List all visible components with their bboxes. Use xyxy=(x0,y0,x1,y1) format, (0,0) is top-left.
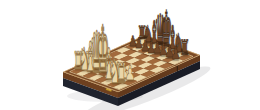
chess-set-photo: ♜♞♝♛♚♝♞♜♟♟♟♟♟♟♟♟♟♟♟♟♟♟♟♟♜♞♝♛♚♝♞♜ xyxy=(0,0,260,110)
